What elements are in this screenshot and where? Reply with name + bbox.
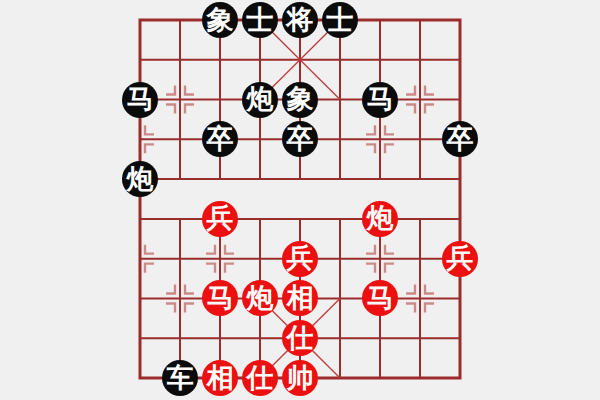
piece-red-advisor[interactable]: 仕 <box>242 360 278 396</box>
piece-black-pawn[interactable]: 卒 <box>442 121 478 157</box>
piece-red-pawn[interactable]: 兵 <box>202 201 238 237</box>
piece-black-cannon[interactable]: 炮 <box>242 82 278 118</box>
piece-black-advisor[interactable]: 士 <box>242 2 278 38</box>
piece-red-elephant[interactable]: 相 <box>202 360 238 396</box>
piece-black-elephant[interactable]: 象 <box>202 2 238 38</box>
piece-red-pawn[interactable]: 兵 <box>282 241 318 277</box>
piece-red-horse[interactable]: 马 <box>362 280 398 316</box>
piece-black-horse[interactable]: 马 <box>362 82 398 118</box>
piece-black-pawn[interactable]: 卒 <box>282 121 318 157</box>
pieces-layer: 象士将士马炮象马卒卒卒炮兵炮兵兵马炮相马仕车相仕帅 <box>0 0 600 400</box>
piece-red-cannon[interactable]: 炮 <box>362 201 398 237</box>
piece-red-king[interactable]: 帅 <box>282 360 318 396</box>
piece-red-pawn[interactable]: 兵 <box>442 241 478 277</box>
piece-black-pawn[interactable]: 卒 <box>202 121 238 157</box>
piece-black-chariot[interactable]: 车 <box>162 360 198 396</box>
piece-black-king[interactable]: 将 <box>282 2 318 38</box>
piece-black-elephant[interactable]: 象 <box>282 82 318 118</box>
piece-red-horse[interactable]: 马 <box>202 280 238 316</box>
piece-red-elephant[interactable]: 相 <box>282 280 318 316</box>
piece-black-horse[interactable]: 马 <box>122 82 158 118</box>
piece-red-advisor[interactable]: 仕 <box>282 320 318 356</box>
piece-black-cannon[interactable]: 炮 <box>122 161 158 197</box>
piece-black-advisor[interactable]: 士 <box>322 2 358 38</box>
xiangqi-board: 象士将士马炮象马卒卒卒炮兵炮兵兵马炮相马仕车相仕帅 <box>0 0 600 400</box>
piece-red-cannon[interactable]: 炮 <box>242 280 278 316</box>
